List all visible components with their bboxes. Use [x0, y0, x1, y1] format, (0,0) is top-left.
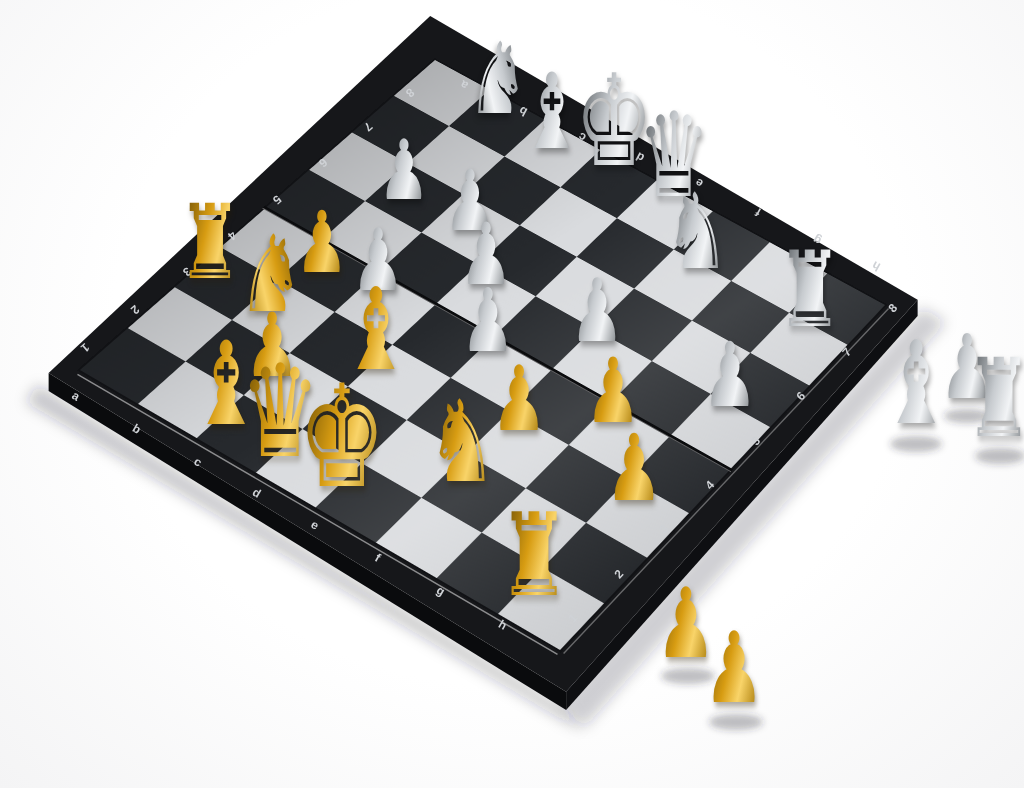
- piece-gold-rook-h1[interactable]: ♜: [498, 498, 570, 613]
- piece-silver-pawn-b6[interactable]: ♟: [378, 128, 430, 211]
- piece-gold-rook-a3[interactable]: ♜: [178, 192, 242, 295]
- piece-silver-pawn-h5[interactable]: ♟: [702, 331, 758, 420]
- piece-silver-knight-f7[interactable]: ♞: [664, 180, 730, 285]
- piece-gold-pawn-h3[interactable]: ♟: [605, 423, 663, 515]
- photo-scene: abcdefgh12345678abcdefgh12345678 ♞♝♚♛♟♟♞…: [0, 0, 1024, 788]
- piece-gold-king-e1[interactable]: ♚: [298, 367, 386, 509]
- piece-silver-rook-h7[interactable]: ♜: [777, 238, 843, 343]
- piece-gold-knight-f2[interactable]: ♞: [427, 386, 497, 499]
- pieces-layer: ♞♝♚♛♟♟♞♟♟♟♟♟♜♜♞♟♟♝♝♛♚♟♞♟♟♜♝♟♜♟♟: [0, 0, 1024, 788]
- piece-silver-rook-tray[interactable]: ♜: [965, 344, 1024, 453]
- piece-gold-pawn-f3[interactable]: ♟: [491, 353, 547, 443]
- piece-silver-bishop-tray[interactable]: ♝: [880, 326, 952, 441]
- piece-gold-pawn-tray[interactable]: ♟: [703, 620, 764, 718]
